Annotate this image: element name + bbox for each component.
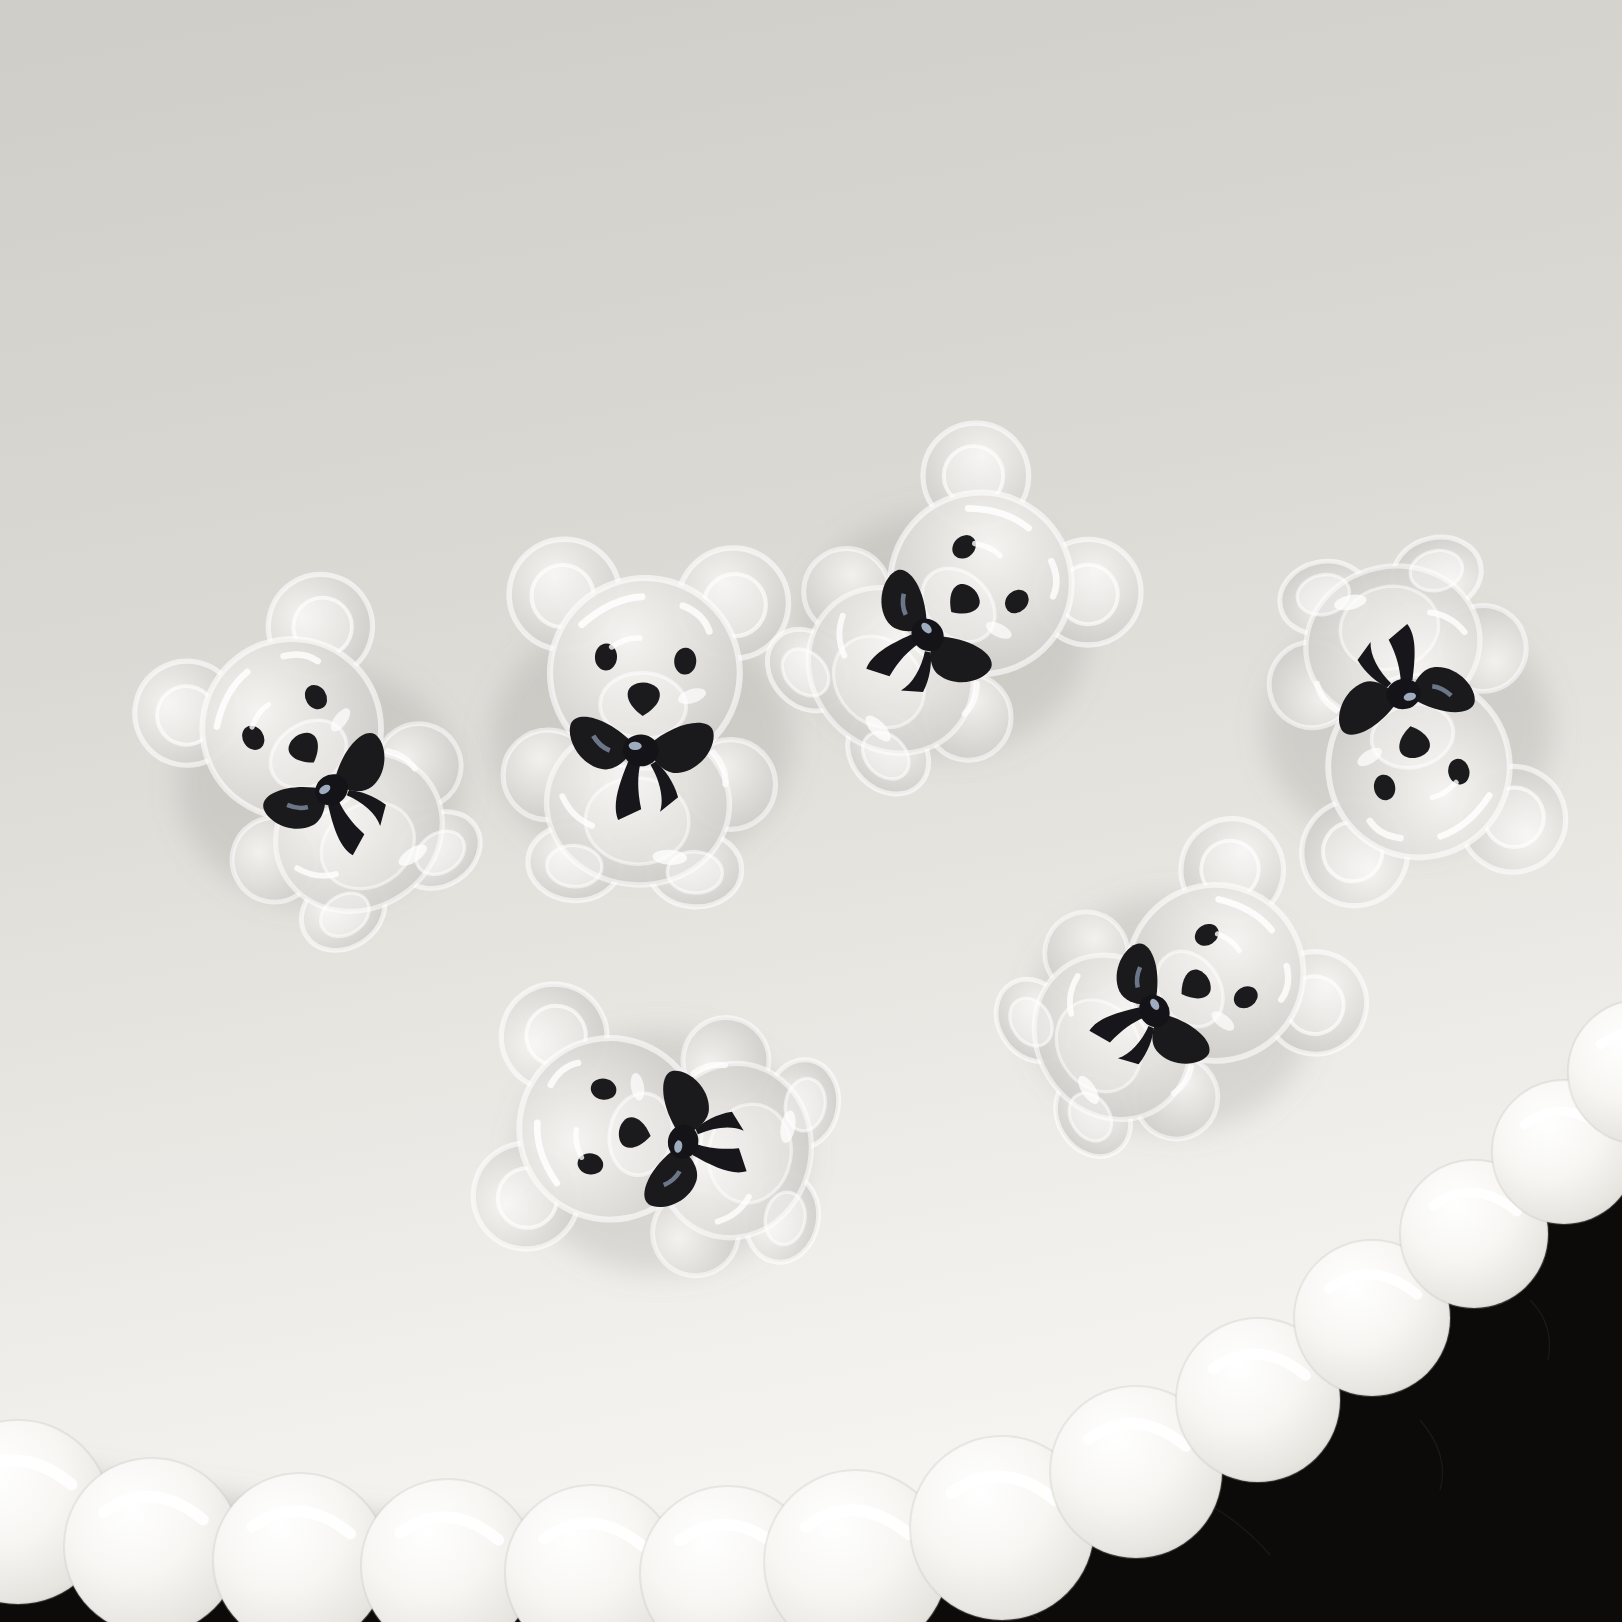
photo-stage	[0, 0, 1622, 1622]
rim-bead	[64, 1458, 240, 1622]
photo-canvas	[0, 0, 1622, 1622]
